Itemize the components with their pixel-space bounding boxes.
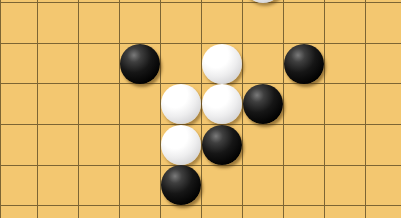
black-stone — [120, 44, 160, 84]
board-cell[interactable] — [120, 125, 161, 166]
board-cell[interactable] — [243, 84, 284, 125]
board-cell[interactable] — [79, 84, 120, 125]
board-cell[interactable] — [79, 166, 120, 207]
board-cell[interactable] — [161, 125, 202, 166]
board-cell[interactable] — [0, 206, 38, 218]
board-cell[interactable] — [120, 44, 161, 85]
board-cell[interactable] — [202, 84, 243, 125]
board-cell[interactable] — [243, 125, 284, 166]
board-cell[interactable] — [325, 3, 366, 44]
board-cell[interactable] — [0, 125, 38, 166]
board-cell[interactable] — [120, 206, 161, 218]
board-cell[interactable] — [38, 3, 79, 44]
board-cell[interactable] — [202, 44, 243, 85]
board-cell[interactable] — [0, 84, 38, 125]
board-cell[interactable] — [0, 3, 38, 44]
black-stone — [202, 125, 242, 165]
board-cell[interactable] — [325, 206, 366, 218]
board-cell[interactable] — [161, 166, 202, 207]
board-cell[interactable] — [366, 84, 401, 125]
board-cell[interactable] — [120, 84, 161, 125]
gomoku-board[interactable] — [0, 0, 401, 218]
board-cell[interactable] — [161, 44, 202, 85]
board-cell[interactable] — [38, 166, 79, 207]
white-stone — [161, 84, 201, 124]
board-cell[interactable] — [366, 125, 401, 166]
board-cell[interactable] — [284, 166, 325, 207]
board-cell[interactable] — [243, 3, 284, 44]
board-cell[interactable] — [79, 44, 120, 85]
board-cell[interactable] — [243, 44, 284, 85]
board-left-edge-line — [0, 0, 1, 218]
board-cell[interactable] — [0, 44, 38, 85]
board-cell[interactable] — [325, 166, 366, 207]
board-cell[interactable] — [284, 44, 325, 85]
board-cell[interactable] — [202, 125, 243, 166]
board-cell[interactable] — [202, 166, 243, 207]
board-cell[interactable] — [161, 3, 202, 44]
board-cell[interactable] — [120, 3, 161, 44]
game-viewport — [0, 0, 401, 218]
board-cell[interactable] — [366, 206, 401, 218]
board-cell[interactable] — [366, 166, 401, 207]
board-cell[interactable] — [243, 206, 284, 218]
board-cell[interactable] — [79, 3, 120, 44]
board-cell[interactable] — [325, 84, 366, 125]
board-cell[interactable] — [284, 84, 325, 125]
board-cell[interactable] — [79, 125, 120, 166]
board-cell[interactable] — [120, 166, 161, 207]
board-cell[interactable] — [284, 3, 325, 44]
board-cell[interactable] — [38, 125, 79, 166]
board-cell[interactable] — [284, 125, 325, 166]
board-cell[interactable] — [38, 206, 79, 218]
board-cell[interactable] — [79, 206, 120, 218]
white-stone — [161, 125, 201, 165]
board-cell[interactable] — [325, 125, 366, 166]
white-stone-partial — [243, 0, 283, 3]
board-cell[interactable] — [38, 44, 79, 85]
board-cell[interactable] — [243, 166, 284, 207]
board-cell[interactable] — [366, 44, 401, 85]
board-cell[interactable] — [284, 206, 325, 218]
white-stone — [202, 44, 242, 84]
board-cell[interactable] — [0, 166, 38, 207]
board-cell[interactable] — [366, 3, 401, 44]
white-stone — [202, 84, 242, 124]
board-cell[interactable] — [202, 3, 243, 44]
black-stone — [284, 44, 324, 84]
board-cell[interactable] — [202, 206, 243, 218]
board-cell[interactable] — [161, 84, 202, 125]
board-cell[interactable] — [161, 206, 202, 218]
board-cell[interactable] — [325, 44, 366, 85]
black-stone — [243, 84, 283, 124]
board-cell[interactable] — [38, 84, 79, 125]
black-stone — [161, 165, 201, 205]
